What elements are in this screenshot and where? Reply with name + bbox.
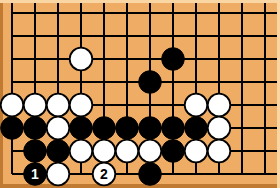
black-stone <box>70 117 93 140</box>
move-number-label: 2 <box>100 166 108 182</box>
white-stone <box>24 94 47 117</box>
white-stone <box>208 94 231 117</box>
black-stone <box>162 117 185 140</box>
go-board-grid: 12 <box>0 0 280 188</box>
white-stone <box>185 140 208 163</box>
black-stone <box>162 48 185 71</box>
white-stone <box>208 117 231 140</box>
white-stone <box>116 140 139 163</box>
black-stone <box>47 140 70 163</box>
white-stone <box>47 163 70 186</box>
white-stone <box>70 140 93 163</box>
black-stone <box>139 117 162 140</box>
black-stone <box>162 140 185 163</box>
white-stone <box>93 140 116 163</box>
black-stone <box>1 117 24 140</box>
white-stone <box>70 48 93 71</box>
white-stone <box>139 140 162 163</box>
white-stone <box>208 140 231 163</box>
black-stone <box>93 117 116 140</box>
black-stone <box>139 71 162 94</box>
black-stone <box>24 117 47 140</box>
white-stone <box>1 94 24 117</box>
black-stone <box>116 117 139 140</box>
white-stone <box>47 94 70 117</box>
move-number-label: 1 <box>31 166 39 182</box>
white-stone <box>47 117 70 140</box>
white-stone <box>70 94 93 117</box>
go-board: 12 <box>0 0 280 188</box>
black-stone <box>185 117 208 140</box>
black-stone <box>139 163 162 186</box>
black-stone <box>24 140 47 163</box>
white-stone <box>185 94 208 117</box>
